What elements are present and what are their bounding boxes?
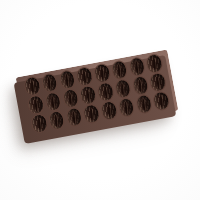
coffee-bean-cavity	[63, 89, 79, 108]
product-photo-background	[0, 0, 200, 200]
coffee-bean-cavity	[153, 92, 169, 111]
coffee-bean-cavity	[118, 98, 134, 117]
mould-cell	[151, 90, 172, 112]
coffee-bean-cavity	[45, 92, 61, 111]
chocolate-mould-tray	[16, 49, 179, 138]
coffee-bean-cavity	[94, 64, 110, 83]
cavity-grid	[16, 49, 179, 138]
coffee-bean-cavity	[136, 95, 152, 114]
coffee-bean-cavity	[49, 111, 65, 130]
coffee-bean-cavity	[66, 108, 82, 127]
coffee-bean-cavity	[115, 79, 131, 98]
coffee-bean-cavity	[31, 114, 47, 133]
coffee-bean-cavity	[80, 86, 96, 105]
coffee-bean-cavity	[111, 61, 127, 80]
coffee-bean-cavity	[97, 83, 113, 102]
coffee-bean-cavity	[132, 76, 148, 95]
coffee-bean-cavity	[28, 95, 44, 114]
coffee-bean-cavity	[146, 54, 162, 73]
coffee-bean-cavity	[129, 57, 145, 76]
coffee-bean-cavity	[101, 101, 117, 120]
coffee-bean-cavity	[77, 67, 93, 86]
coffee-bean-cavity	[24, 77, 40, 96]
coffee-bean-cavity	[150, 73, 166, 92]
coffee-bean-cavity	[84, 104, 100, 123]
coffee-bean-cavity	[42, 74, 58, 93]
coffee-bean-cavity	[59, 70, 75, 89]
